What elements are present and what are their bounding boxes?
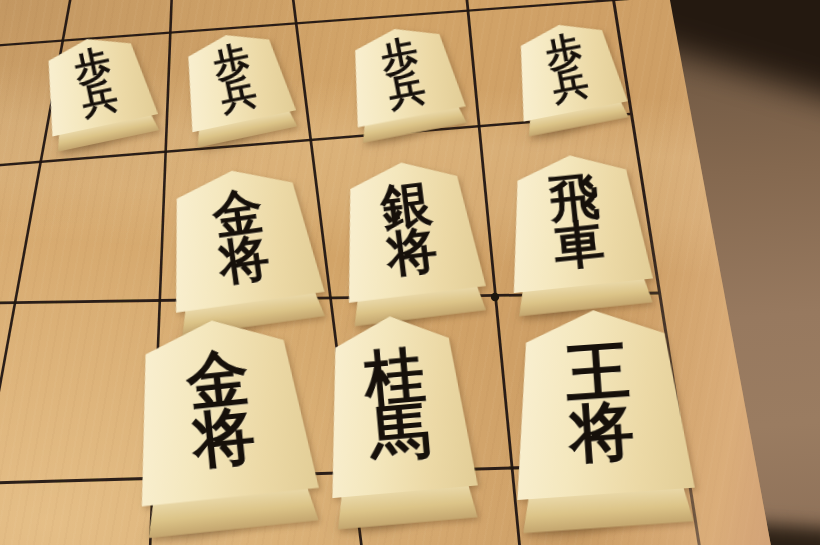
piece-silver-1[interactable]: 銀将	[333, 154, 489, 330]
kanji-bottom: 兵	[218, 74, 260, 115]
kanji-bottom: 兵	[385, 69, 428, 110]
kanji-bottom: 車	[552, 218, 607, 270]
kanji-bottom: 将	[190, 406, 258, 470]
piece-knight-1[interactable]: 桂馬	[317, 310, 481, 534]
piece-pawn-2[interactable]: 歩兵	[174, 24, 300, 150]
kanji-bottom: 将	[568, 400, 636, 464]
piece-face: 金将	[158, 160, 325, 312]
piece-gold-2[interactable]: 金将	[123, 311, 322, 542]
kanji-bottom: 将	[385, 225, 440, 278]
piece-pawn-4[interactable]: 歩兵	[507, 15, 631, 139]
piece-gold-1[interactable]: 金将	[158, 160, 329, 339]
piece-king-1[interactable]: 王将	[504, 304, 697, 538]
piece-face: 金将	[123, 311, 319, 506]
piece-face: 桂馬	[317, 310, 478, 498]
kanji-bottom: 兵	[550, 65, 592, 105]
piece-rook-1[interactable]: 飛車	[500, 148, 656, 320]
shogi-board-photo: 歩兵歩兵歩兵歩兵金将銀将飛車金将桂馬王将	[0, 0, 820, 545]
kanji-bottom: 馬	[368, 401, 433, 462]
kanji-bottom: 兵	[79, 78, 121, 119]
piece-pawn-3[interactable]: 歩兵	[341, 18, 470, 145]
kanji-bottom: 将	[216, 233, 272, 287]
piece-face: 飛車	[500, 148, 653, 293]
piece-pawn-1[interactable]: 歩兵	[34, 28, 162, 154]
piece-face: 王将	[504, 304, 694, 500]
piece-face: 銀将	[333, 154, 486, 303]
